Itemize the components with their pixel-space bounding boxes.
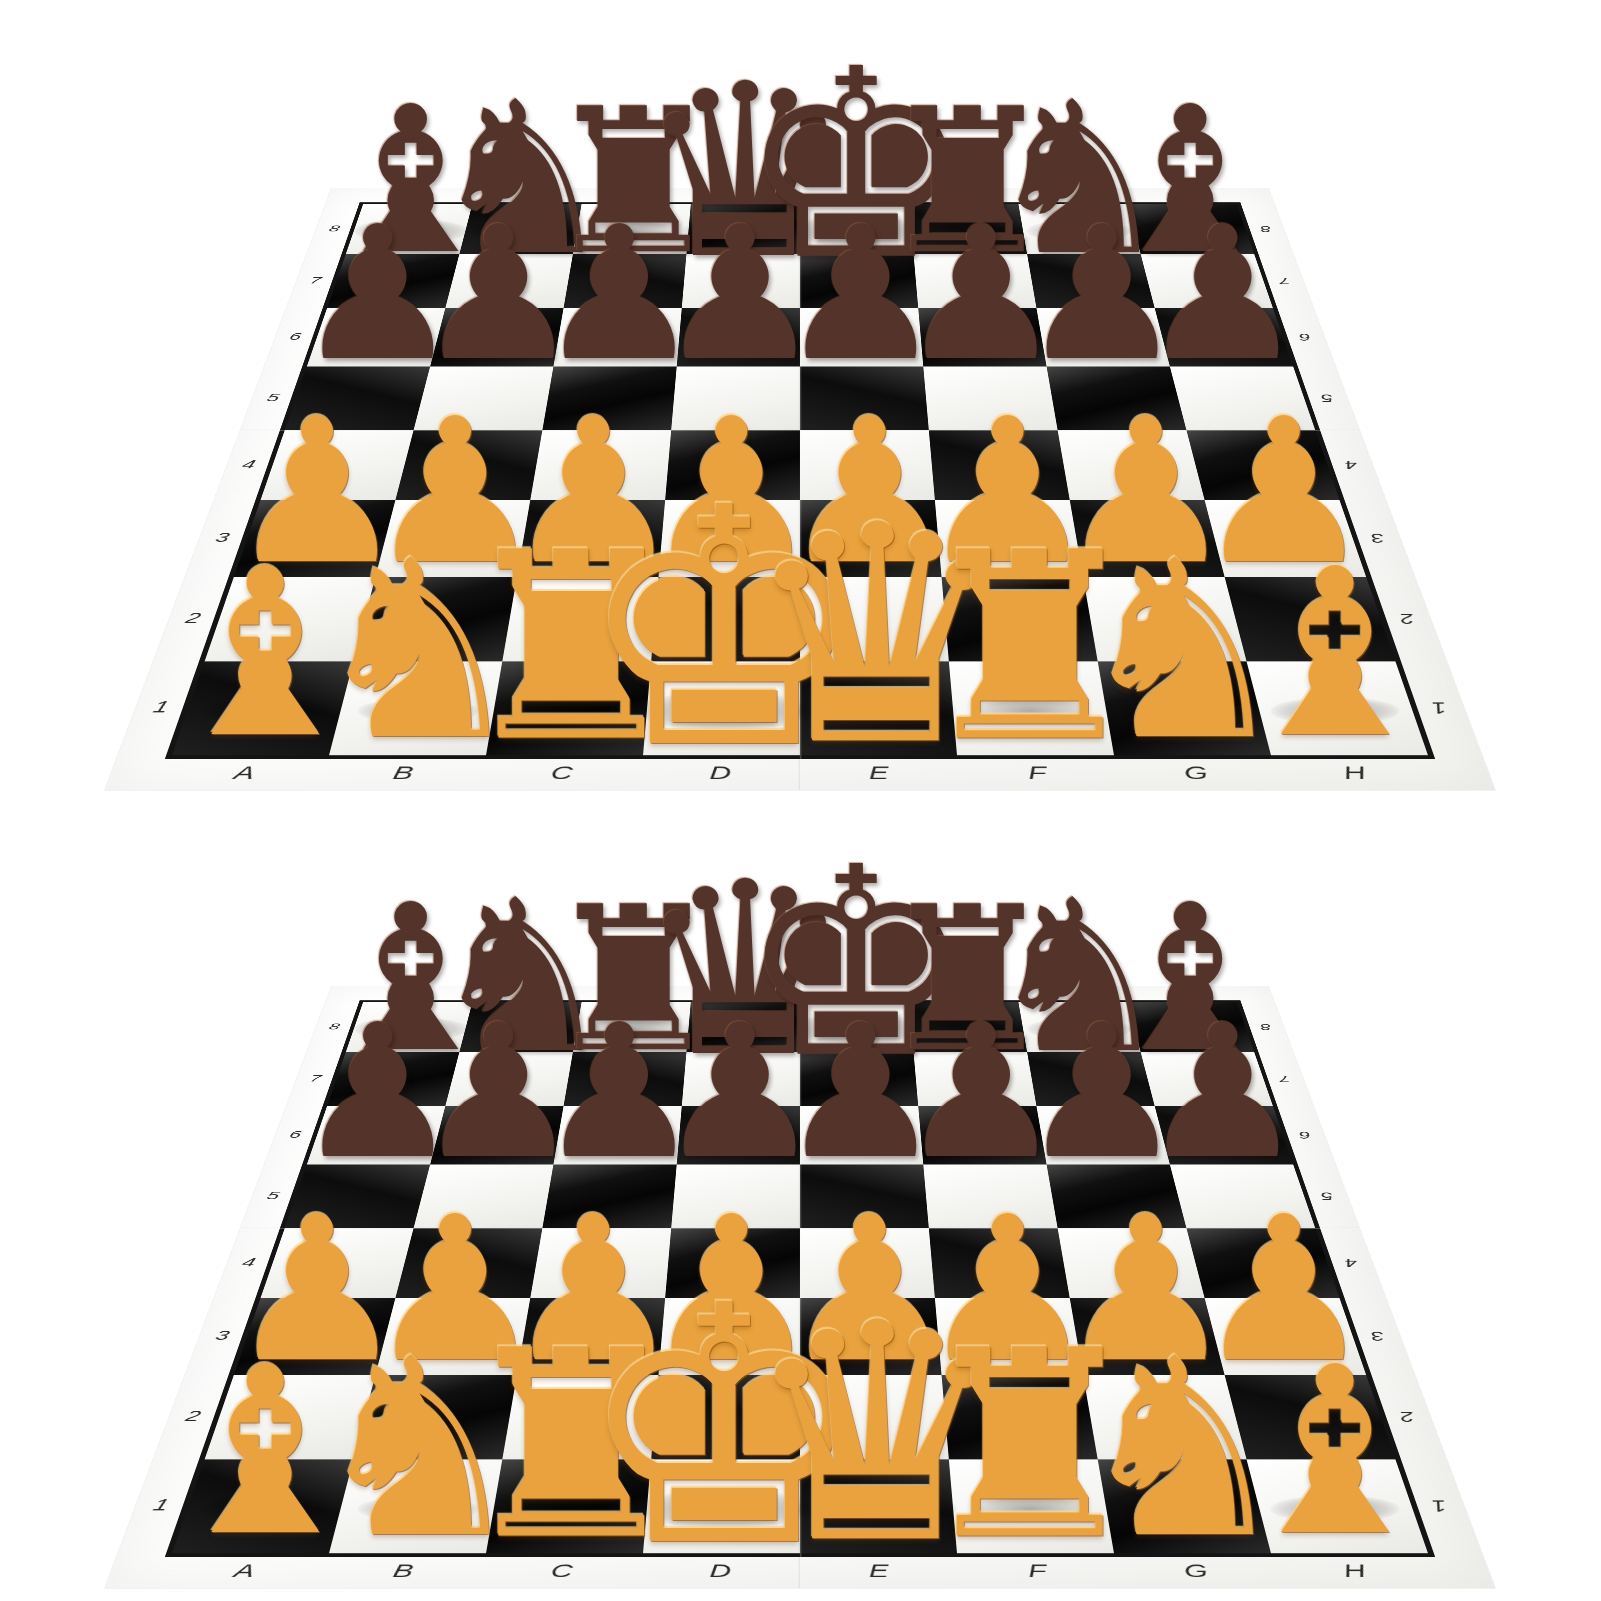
square-d2	[651, 577, 800, 662]
light-rook-c1: ♜	[455, 518, 687, 777]
square-h5	[1170, 366, 1315, 430]
square-b7	[445, 254, 573, 308]
piece-shadow	[338, 331, 418, 348]
piece-shadow	[1062, 1129, 1142, 1146]
chess-board-bottom: ABCDEFGH1122334455667788♝♞♜♛♚♜♞♝♟♟♟♟♟♟♟♟…	[0, 0, 1601, 1601]
square-c5	[542, 366, 676, 430]
square-e6	[800, 308, 923, 367]
piece-shadow	[635, 691, 814, 730]
piece-shadow	[579, 331, 659, 348]
square-d7	[682, 1052, 800, 1106]
square-f7	[914, 254, 1037, 308]
rank-label-right-7: 7	[1277, 275, 1292, 285]
light-pawn-b3: ♟	[366, 1190, 545, 1390]
pieces-layer: ♝♞♜♛♚♜♞♝♟♟♟♟♟♟♟♟♟♟♟♟♟♟♟♟♝♞♜♚♛♜♞♝	[0, 0, 1601, 1601]
dark-knight-b8: ♞	[428, 872, 617, 1083]
square-f3	[935, 1298, 1083, 1375]
file-label-a: A	[231, 762, 258, 783]
piece-shadow	[470, 220, 574, 243]
file-label-e: E	[868, 1560, 890, 1581]
square-g1	[1098, 661, 1271, 755]
square-h8	[1128, 1002, 1254, 1052]
square-c3	[517, 1298, 665, 1375]
dark-pawn-a6: ♟	[295, 202, 461, 387]
square-e2	[800, 1375, 949, 1460]
rank-label-right-8: 8	[1259, 1022, 1273, 1032]
square-b3	[375, 500, 530, 577]
square-a7	[327, 1052, 459, 1106]
square-h5	[1170, 1164, 1315, 1228]
square-b1	[329, 661, 502, 755]
square-b8	[459, 204, 581, 254]
piece-shadow	[338, 1129, 418, 1146]
square-c1	[486, 1459, 651, 1553]
square-e8	[800, 204, 914, 254]
square-f3	[935, 500, 1083, 577]
dark-pawn-a6: ♟	[295, 1000, 461, 1185]
dark-knight-g8: ♞	[984, 74, 1173, 285]
dark-pawn-h6: ♟	[1140, 1000, 1306, 1185]
piece-shadow	[942, 1129, 1022, 1146]
product-photo-two-chess-sets: ABCDEFGH1122334455667788♝♞♜♛♚♜♞♝♟♟♟♟♟♟♟♟…	[0, 0, 1601, 1601]
piece-shadow	[700, 1129, 780, 1146]
piece-shadow	[681, 217, 808, 245]
square-a7	[327, 254, 459, 308]
rank-label-left-7: 7	[308, 275, 323, 285]
square-a8	[346, 1002, 472, 1052]
piece-shadow	[965, 531, 1051, 550]
square-f6	[918, 1106, 1046, 1165]
piece-shadow	[459, 1129, 539, 1146]
square-c2	[502, 577, 658, 662]
piece-shadow	[1271, 697, 1400, 725]
square-h4	[1186, 430, 1339, 500]
piece-shadow	[923, 221, 1013, 241]
square-c8	[573, 1002, 691, 1052]
dark-knight-b8: ♞	[428, 74, 617, 285]
square-g3	[1070, 1298, 1225, 1375]
piece-shadow	[827, 1329, 913, 1348]
file-label-f: F	[1027, 762, 1049, 783]
light-rook-c1: ♜	[455, 1316, 687, 1575]
rank-label-left-4: 4	[240, 458, 257, 472]
rank-label-left-5: 5	[265, 392, 281, 404]
square-f6	[918, 308, 1046, 367]
square-f4	[929, 1228, 1070, 1298]
square-e1	[800, 1459, 957, 1553]
rank-label-left-2: 2	[183, 1408, 203, 1424]
piece-shadow	[1062, 331, 1142, 348]
rank-label-right-6: 6	[1297, 331, 1312, 342]
square-h6	[1155, 308, 1294, 367]
light-knight-b1: ♞	[308, 1326, 529, 1572]
square-b4	[395, 430, 542, 500]
piece-shadow	[965, 1329, 1051, 1348]
square-b6	[430, 1106, 563, 1165]
square-a5	[285, 1164, 430, 1228]
square-d6	[677, 308, 800, 367]
square-h2	[1225, 577, 1396, 662]
dark-knight-g8: ♞	[984, 872, 1173, 1083]
dark-rook-c8: ♜	[544, 82, 723, 282]
square-e3	[800, 500, 942, 577]
rank-label-left-7: 7	[308, 1073, 323, 1083]
square-b4	[395, 1228, 542, 1298]
dark-pawn-c6: ♟	[537, 1000, 703, 1185]
square-b7	[445, 1052, 573, 1106]
square-c6	[553, 1106, 681, 1165]
piece-shadow	[513, 1496, 630, 1522]
piece-shadow	[785, 1014, 928, 1045]
piece-shadow	[797, 693, 957, 728]
piece-shadow	[688, 531, 774, 550]
square-d8	[686, 1002, 800, 1052]
light-pawn-c3: ♟	[504, 1190, 683, 1390]
rank-label-left-8: 8	[327, 224, 341, 234]
light-pawn-a3: ♟	[227, 1190, 406, 1390]
square-c7	[564, 1052, 687, 1106]
square-g7	[1027, 254, 1155, 308]
rank-label-right-2: 2	[1397, 610, 1417, 626]
dark-bishop-a8: ♝	[320, 80, 502, 283]
board-fold-vertical	[798, 188, 802, 790]
board-sheet: ABCDEFGH1122334455667788	[105, 188, 1495, 790]
light-queen-e1: ♛	[742, 1284, 1012, 1585]
dark-queen-d8: ♛	[637, 52, 852, 292]
square-d8	[686, 204, 800, 254]
rank-label-left-1: 1	[151, 698, 172, 716]
light-queen-e1: ♛	[742, 486, 1012, 787]
dark-pawn-h6: ♟	[1140, 202, 1306, 387]
piece-shadow	[1183, 331, 1263, 348]
piece-shadow	[1241, 531, 1327, 550]
dark-pawn-d6: ♟	[657, 1000, 823, 1185]
piece-shadow	[688, 1329, 774, 1348]
square-d4	[665, 1228, 800, 1298]
light-pawn-h3: ♟	[1194, 1190, 1373, 1390]
light-rook-f1: ♜	[914, 1316, 1146, 1575]
light-knight-g1: ♞	[1072, 528, 1293, 774]
file-label-d: D	[709, 1560, 732, 1581]
chess-board-top: ABCDEFGH1122334455667788♝♞♜♛♚♜♞♝♟♟♟♟♟♟♟♟…	[0, 0, 1601, 1601]
square-b2	[353, 577, 517, 662]
piece-shadow	[1027, 1018, 1131, 1041]
piece-shadow	[923, 1019, 1013, 1039]
file-label-h: H	[1340, 1560, 1369, 1581]
square-c1	[486, 661, 651, 755]
piece-shadow	[354, 219, 468, 244]
piece-shadow	[821, 331, 901, 348]
square-f1	[949, 661, 1114, 755]
dark-bishop-h8: ♝	[1099, 878, 1281, 1081]
rank-label-right-3: 3	[1368, 1328, 1386, 1343]
file-label-g: G	[1182, 1560, 1211, 1581]
square-b8	[459, 1002, 581, 1052]
piece-shadow	[821, 1129, 901, 1146]
dark-pawn-e6: ♟	[778, 1000, 944, 1185]
square-f8	[909, 1002, 1027, 1052]
square-d1	[643, 1459, 800, 1553]
piece-shadow	[412, 1329, 498, 1348]
rank-label-left-6: 6	[288, 331, 303, 342]
rank-label-left-4: 4	[240, 1256, 257, 1270]
board-grid	[165, 1000, 1435, 1557]
rank-label-right-2: 2	[1397, 1408, 1417, 1424]
dark-pawn-b6: ♟	[416, 202, 582, 387]
square-g2	[1083, 1375, 1247, 1460]
light-pawn-d3: ♟	[642, 392, 821, 592]
rank-label-left-3: 3	[213, 530, 231, 545]
piece-shadow	[274, 1329, 360, 1348]
square-g8	[1018, 1002, 1140, 1052]
dark-king-e8: ♚	[739, 36, 973, 297]
board-grid	[165, 202, 1435, 759]
piece-shadow	[358, 698, 479, 724]
light-pawn-c3: ♟	[504, 392, 683, 592]
square-d6	[677, 1106, 800, 1165]
piece-shadow	[971, 698, 1088, 724]
file-label-d: D	[709, 762, 732, 783]
light-pawn-f3: ♟	[918, 1190, 1097, 1390]
square-a6	[307, 1106, 446, 1165]
dark-pawn-d6: ♟	[657, 202, 823, 387]
file-label-e: E	[868, 762, 890, 783]
square-a1	[172, 661, 353, 755]
rank-label-right-3: 3	[1368, 530, 1386, 545]
piece-shadow	[201, 1495, 330, 1523]
rank-label-right-5: 5	[1319, 1190, 1335, 1202]
square-g7	[1027, 1052, 1155, 1106]
rank-label-left-3: 3	[213, 1328, 231, 1343]
rank-label-left-5: 5	[265, 1190, 281, 1202]
light-bishop-a1: ♝	[162, 1337, 369, 1568]
light-pawn-g3: ♟	[1056, 1190, 1235, 1390]
square-e3	[800, 1298, 942, 1375]
piece-shadow	[550, 1329, 636, 1348]
light-pawn-g3: ♟	[1056, 392, 1235, 592]
rank-label-left-1: 1	[151, 1496, 172, 1514]
light-pawn-a3: ♟	[227, 392, 406, 592]
dark-pawn-f6: ♟	[899, 202, 1065, 387]
light-pawn-e3: ♟	[780, 392, 959, 592]
piece-shadow	[1133, 1017, 1247, 1042]
dark-bishop-h8: ♝	[1099, 80, 1281, 283]
rank-label-right-1: 1	[1429, 1496, 1450, 1514]
square-c4	[530, 1228, 671, 1298]
square-d4	[665, 430, 800, 500]
piece-shadow	[588, 221, 678, 241]
square-d3	[658, 1298, 800, 1375]
dark-pawn-g6: ♟	[1019, 202, 1185, 387]
square-e1	[800, 661, 957, 755]
piece-shadow	[635, 1489, 814, 1528]
dark-queen-d8: ♛	[637, 850, 852, 1090]
square-e2	[800, 577, 949, 662]
piece-shadow	[513, 698, 630, 724]
pieces-layer: ♝♞♜♛♚♜♞♝♟♟♟♟♟♟♟♟♟♟♟♟♟♟♟♟♝♞♜♚♛♜♞♝	[0, 0, 1601, 1601]
square-g1	[1098, 1459, 1271, 1553]
board-fold-vertical	[798, 986, 802, 1588]
piece-shadow	[588, 1019, 678, 1039]
square-g5	[1047, 1164, 1187, 1228]
rank-label-right-4: 4	[1342, 458, 1359, 472]
square-d3	[658, 500, 800, 577]
file-label-h: H	[1340, 762, 1369, 783]
square-a2	[205, 577, 376, 662]
rank-label-right-7: 7	[1277, 1073, 1292, 1083]
piece-shadow	[797, 1491, 957, 1526]
square-f5	[923, 366, 1057, 430]
square-c5	[542, 1164, 676, 1228]
square-d5	[671, 366, 800, 430]
square-h3	[1205, 1298, 1366, 1375]
rank-label-right-6: 6	[1297, 1129, 1312, 1140]
light-pawn-e3: ♟	[780, 1190, 959, 1390]
square-e6	[800, 1106, 923, 1165]
square-e5	[800, 366, 929, 430]
square-g6	[1036, 1106, 1169, 1165]
square-e8	[800, 1002, 914, 1052]
square-c3	[517, 500, 665, 577]
square-h1	[1247, 1459, 1428, 1553]
square-b5	[414, 366, 554, 430]
square-a3	[234, 500, 395, 577]
square-d2	[651, 1375, 800, 1460]
square-d5	[671, 1164, 800, 1228]
dark-king-e8: ♚	[739, 834, 973, 1095]
light-knight-b1: ♞	[308, 528, 529, 774]
square-g6	[1036, 308, 1169, 367]
square-f8	[909, 204, 1027, 254]
dark-bishop-a8: ♝	[320, 878, 502, 1081]
piece-shadow	[354, 1017, 468, 1042]
square-a4	[261, 430, 414, 500]
piece-shadow	[470, 1018, 574, 1041]
square-c2	[502, 1375, 658, 1460]
square-d7	[682, 254, 800, 308]
rank-label-left-6: 6	[288, 1129, 303, 1140]
square-e4	[800, 430, 935, 500]
square-h2	[1225, 1375, 1396, 1460]
file-label-c: C	[550, 1560, 575, 1581]
piece-shadow	[550, 531, 636, 550]
file-label-a: A	[231, 1560, 258, 1581]
dark-pawn-e6: ♟	[778, 202, 944, 387]
piece-shadow	[1271, 1495, 1400, 1523]
square-c6	[553, 308, 681, 367]
square-f2	[942, 1375, 1098, 1460]
file-label-c: C	[550, 762, 575, 783]
rank-label-right-5: 5	[1319, 392, 1335, 404]
rank-label-left-8: 8	[327, 1022, 341, 1032]
dark-rook-c8: ♜	[544, 880, 723, 1080]
rank-label-right-8: 8	[1259, 224, 1273, 234]
square-b6	[430, 308, 563, 367]
dark-pawn-g6: ♟	[1019, 1000, 1185, 1185]
dark-rook-f8: ♜	[878, 880, 1057, 1080]
piece-shadow	[1103, 1329, 1189, 1348]
square-f2	[942, 577, 1098, 662]
light-king-d1: ♚	[577, 1263, 872, 1592]
square-a6	[307, 308, 446, 367]
piece-shadow	[579, 1129, 659, 1146]
piece-shadow	[459, 331, 539, 348]
square-c8	[573, 204, 691, 254]
light-king-d1: ♚	[577, 465, 872, 794]
square-d1	[643, 661, 800, 755]
square-b1	[329, 1459, 502, 1553]
piece-shadow	[1133, 219, 1247, 244]
piece-shadow	[785, 216, 928, 247]
piece-shadow	[681, 1015, 808, 1043]
rank-label-left-2: 2	[183, 610, 203, 626]
square-g4	[1058, 1228, 1205, 1298]
square-e7	[800, 1052, 918, 1106]
square-g5	[1047, 366, 1187, 430]
dark-pawn-f6: ♟	[899, 1000, 1065, 1185]
square-a4	[261, 1228, 414, 1298]
square-h7	[1141, 254, 1273, 308]
square-h8	[1128, 204, 1254, 254]
light-bishop-a1: ♝	[162, 539, 369, 770]
piece-shadow	[942, 331, 1022, 348]
rank-label-right-4: 4	[1342, 1256, 1359, 1270]
piece-shadow	[274, 531, 360, 550]
file-label-g: G	[1182, 762, 1211, 783]
square-a5	[285, 366, 430, 430]
piece-shadow	[1122, 1496, 1243, 1522]
piece-shadow	[412, 531, 498, 550]
square-a3	[234, 1298, 395, 1375]
square-h7	[1141, 1052, 1273, 1106]
square-h6	[1155, 1106, 1294, 1165]
square-b5	[414, 1164, 554, 1228]
piece-shadow	[700, 331, 780, 348]
piece-shadow	[358, 1496, 479, 1522]
square-f1	[949, 1459, 1114, 1553]
square-g8	[1018, 204, 1140, 254]
square-f4	[929, 430, 1070, 500]
square-a1	[172, 1459, 353, 1553]
square-g4	[1058, 430, 1205, 500]
square-h1	[1247, 661, 1428, 755]
file-label-f: F	[1027, 1560, 1049, 1581]
board-fold-horizontal	[240, 1227, 1360, 1229]
square-f5	[923, 1164, 1057, 1228]
square-e7	[800, 254, 918, 308]
piece-shadow	[201, 697, 330, 725]
piece-shadow	[827, 531, 913, 550]
square-b3	[375, 1298, 530, 1375]
piece-shadow	[1122, 698, 1243, 724]
light-knight-g1: ♞	[1072, 1326, 1293, 1572]
square-e4	[800, 1228, 935, 1298]
light-pawn-b3: ♟	[366, 392, 545, 592]
square-a8	[346, 204, 472, 254]
square-b2	[353, 1375, 517, 1460]
light-bishop-h1: ♝	[1232, 539, 1439, 770]
piece-shadow	[1027, 220, 1131, 243]
dark-pawn-c6: ♟	[537, 202, 703, 387]
piece-shadow	[1241, 1329, 1327, 1348]
dark-rook-f8: ♜	[878, 82, 1057, 282]
square-c7	[564, 254, 687, 308]
rank-label-right-1: 1	[1429, 698, 1450, 716]
square-f7	[914, 1052, 1037, 1106]
file-label-b: B	[391, 762, 416, 783]
board-sheet: ABCDEFGH1122334455667788	[105, 986, 1495, 1588]
file-label-b: B	[391, 1560, 416, 1581]
